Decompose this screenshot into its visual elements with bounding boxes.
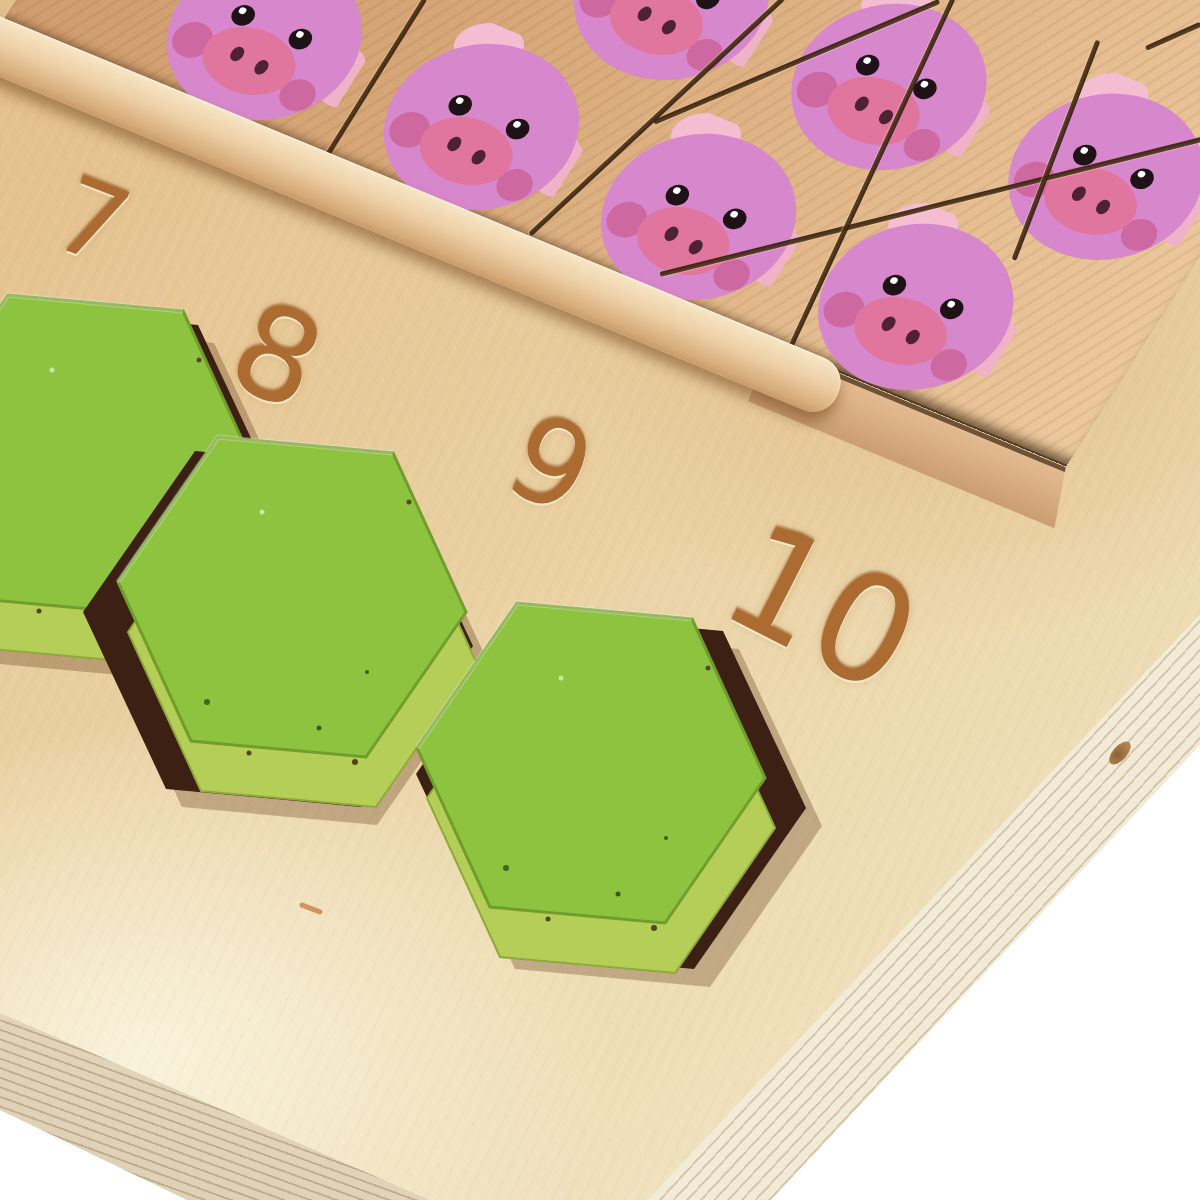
counting-board-photo: 78910 [0, 0, 1200, 1200]
hexagon-piece[interactable] [356, 538, 826, 1018]
